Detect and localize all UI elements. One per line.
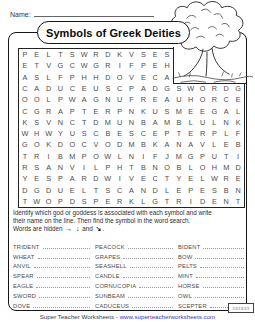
grid-cell-r3c11[interactable]: E (137, 72, 149, 83)
word-item-seashell: SEASHELL (95, 260, 173, 270)
grid-cell-r9c6[interactable]: C (78, 139, 90, 150)
grid-cell-r13c13[interactable]: L (161, 184, 173, 195)
grid-cell-r12c5[interactable]: A (66, 173, 78, 184)
grid-cell-r5c2[interactable]: O (31, 94, 43, 105)
grid-cell-r7c7[interactable]: D (90, 117, 102, 128)
grid-cell-r2c11[interactable]: P (137, 60, 149, 71)
grid-cell-r7c14[interactable]: B (173, 117, 185, 128)
word-item-owl: OWL (178, 289, 244, 299)
footer-brand: Super Teacher Worksheets (40, 313, 114, 320)
grid-cell-r8c6[interactable]: S (78, 128, 90, 139)
grid-cell-r14c19[interactable]: T (232, 196, 244, 207)
grid-cell-r11c8[interactable]: P (102, 162, 114, 173)
grid-cell-r6c6[interactable]: T (78, 105, 90, 116)
grid-cell-r4c14[interactable]: S (173, 83, 185, 94)
word-list: TRIDENTPEACOCKBIDENTWHEATGRAPESBOWANVILS… (13, 240, 244, 309)
grid-cell-r4c12[interactable]: D (149, 83, 161, 94)
grid-cell-r13c14[interactable]: E (173, 184, 185, 195)
answer-line[interactable] (195, 296, 244, 298)
grid-cell-r6c4[interactable]: A (55, 105, 67, 116)
grid-cell-r2c10[interactable]: F (126, 60, 138, 71)
grid-cell-r6c12[interactable]: U (149, 105, 161, 116)
grid-cell-r2c12[interactable]: E (149, 60, 161, 71)
grid-cell-r14c16[interactable]: D (197, 196, 209, 207)
grid-cell-r14c17[interactable]: E (208, 196, 220, 207)
grid-cell-r10c8[interactable]: W (102, 151, 114, 162)
word-item-cornucopia: CORNUCOPIA (95, 279, 173, 289)
grid-cell-r6c19[interactable]: L (232, 105, 244, 116)
grid-cell-r11c13[interactable]: O (161, 162, 173, 173)
grid-cell-r11c7[interactable]: L (90, 162, 102, 173)
grid-cell-r14c7[interactable]: P (90, 196, 102, 207)
grid-cell-r13c2[interactable]: G (31, 184, 43, 195)
grid-cell-r13c11[interactable]: N (137, 184, 149, 195)
grid-cell-r5c8[interactable]: N (102, 94, 114, 105)
grid-cell-r14c13[interactable]: T (161, 196, 173, 207)
grid-cell-r14c6[interactable]: S (78, 196, 90, 207)
grid-cell-r11c9[interactable]: H (114, 162, 126, 173)
grid-cell-r2c6[interactable]: W (78, 60, 90, 71)
word-item-peacock: PEACOCK (95, 240, 173, 250)
answer-line[interactable] (195, 257, 244, 259)
grid-cell-r5c14[interactable]: U (173, 94, 185, 105)
answer-line[interactable] (139, 286, 173, 288)
grid-cell-r1c10[interactable]: V (126, 49, 138, 60)
grid-cell-r10c16[interactable]: P (197, 151, 209, 162)
grid-cell-r12c17[interactable]: W (208, 173, 220, 184)
grid-cell-r13c16[interactable]: E (197, 184, 209, 195)
grid-cell-r3c12[interactable]: C (149, 72, 161, 83)
answer-line[interactable] (128, 247, 173, 249)
grid-cell-r14c14[interactable]: R (173, 196, 185, 207)
grid-cell-r5c15[interactable]: H (185, 94, 197, 105)
grid-cell-r10c10[interactable]: N (126, 151, 138, 162)
grid-cell-r8c15[interactable]: E (185, 128, 197, 139)
grid-cell-r12c10[interactable]: V (126, 173, 138, 184)
grid-cell-r8c1[interactable]: W (19, 128, 31, 139)
answer-line[interactable] (196, 276, 244, 278)
grid-cell-r7c9[interactable]: U (114, 117, 126, 128)
grid-cell-r8c3[interactable]: W (43, 128, 55, 139)
grid-cell-r6c11[interactable]: K (137, 105, 149, 116)
grid-cell-r3c4[interactable]: F (55, 72, 67, 83)
grid-cell-r11c19[interactable]: D (232, 162, 244, 173)
grid-cell-r1c6[interactable]: W (78, 49, 90, 60)
grid-cell-r7c10[interactable]: N (126, 117, 138, 128)
grid-cell-r12c12[interactable]: C (149, 173, 161, 184)
answer-line[interactable] (34, 266, 90, 268)
instruction-line-1: Identify which god or goddess is associa… (13, 209, 244, 217)
grid-cell-r12c2[interactable]: E (31, 173, 43, 184)
grid-cell-r8c13[interactable]: P (161, 128, 173, 139)
answer-line[interactable] (128, 296, 173, 298)
instructions: Identify which god or goddess is associa… (13, 209, 244, 234)
grid-cell-r13c7[interactable]: T (90, 184, 102, 195)
grid-cell-r3c7[interactable]: H (90, 72, 102, 83)
grid-cell-r9c5[interactable]: O (66, 139, 78, 150)
grid-cell-r9c18[interactable]: E (220, 139, 232, 150)
grid-cell-r2c1[interactable]: E (19, 60, 31, 71)
grid-cell-r10c1[interactable]: T (19, 151, 31, 162)
grid-cell-r8c17[interactable]: P (208, 128, 220, 139)
name-blank-line[interactable] (34, 8, 154, 17)
grid-cell-r14c9[interactable]: R (114, 196, 126, 207)
grid-cell-r4c6[interactable]: E (78, 83, 90, 94)
grid-cell-r5c11[interactable]: R (137, 94, 149, 105)
arrow-right-icon: → (64, 225, 73, 232)
grid-cell-r7c3[interactable]: V (43, 117, 55, 128)
grid-cell-r10c13[interactable]: J (161, 151, 173, 162)
grid-cell-r5c16[interactable]: O (197, 94, 209, 105)
grid-cell-r6c2[interactable]: G (31, 105, 43, 116)
grid-cell-r7c19[interactable]: K (232, 117, 244, 128)
grid-cell-r7c15[interactable]: L (185, 117, 197, 128)
grid-cell-r11c6[interactable]: I (78, 162, 90, 173)
grid-cell-r13c19[interactable]: N (232, 184, 244, 195)
grid-cell-r9c4[interactable]: D (55, 139, 67, 150)
grid-cell-r9c3[interactable]: K (43, 139, 55, 150)
grid-cell-r10c4[interactable]: B (55, 151, 67, 162)
grid-cell-r4c2[interactable]: A (31, 83, 43, 94)
grid-cell-r13c1[interactable]: D (19, 184, 31, 195)
grid-cell-r11c11[interactable]: B (137, 162, 149, 173)
grid-cell-r8c9[interactable]: E (114, 128, 126, 139)
grid-cell-r1c9[interactable]: K (114, 49, 126, 60)
grid-cell-r10c11[interactable]: I (137, 151, 149, 162)
grid-cell-r11c18[interactable]: M (220, 162, 232, 173)
grid-cell-r7c1[interactable]: K (19, 117, 31, 128)
grid-cell-r9c11[interactable]: B (137, 139, 149, 150)
footer-url[interactable]: www.superteacherworksheets.com (120, 313, 216, 320)
grid-cell-r10c7[interactable]: O (90, 151, 102, 162)
grid-cell-r14c18[interactable]: N (220, 196, 232, 207)
grid-cell-r4c4[interactable]: U (55, 83, 67, 94)
grid-cell-r13c18[interactable]: B (220, 184, 232, 195)
grid-cell-r5c12[interactable]: E (149, 94, 161, 105)
grid-cell-r12c3[interactable]: S (43, 173, 55, 184)
grid-cell-r5c18[interactable]: C (220, 94, 232, 105)
word-item-wheat: WHEAT (13, 250, 90, 260)
answer-line[interactable] (123, 257, 173, 259)
grid-cell-r7c4[interactable]: N (55, 117, 67, 128)
grid-cell-r5c5[interactable]: W (66, 94, 78, 105)
grid-cell-r3c1[interactable]: A (19, 72, 31, 83)
grid-cell-r11c14[interactable]: B (173, 162, 185, 173)
instruction-line-2: their name on the line. Then find the sy… (13, 217, 244, 225)
grid-cell-r6c18[interactable]: A (220, 105, 232, 116)
grid-cell-r9c8[interactable]: O (102, 139, 114, 150)
grid-cell-r13c8[interactable]: S (102, 184, 114, 195)
grid-cell-r1c2[interactable]: E (31, 49, 43, 60)
grid-cell-r12c19[interactable]: E (232, 173, 244, 184)
grid-cell-r14c11[interactable]: L (137, 196, 149, 207)
grid-cell-r3c3[interactable]: L (43, 72, 55, 83)
word-label: CADUCEUS (95, 303, 129, 309)
answer-line[interactable] (132, 306, 173, 308)
grid-cell-r3c6[interactable]: H (78, 72, 90, 83)
grid-cell-r13c10[interactable]: A (126, 184, 138, 195)
hidden-words-text: Words are hidden (13, 225, 63, 232)
grid-cell-r11c5[interactable]: V (66, 162, 78, 173)
grid-cell-r14c10[interactable]: K (126, 196, 138, 207)
grid-cell-r4c9[interactable]: C (114, 83, 126, 94)
grid-cell-r10c9[interactable]: L (114, 151, 126, 162)
grid-cell-r13c4[interactable]: U (55, 184, 67, 195)
grid-cell-r6c5[interactable]: P (66, 105, 78, 116)
grid-cell-r12c18[interactable]: R (220, 173, 232, 184)
answer-line[interactable] (38, 257, 90, 259)
grid-cell-r1c1[interactable]: P (19, 49, 31, 60)
grid-cell-r4c19[interactable]: G (232, 83, 244, 94)
grid-cell-r9c2[interactable]: O (31, 139, 43, 150)
grid-cell-r2c4[interactable]: G (55, 60, 67, 71)
grid-cell-r9c7[interactable]: V (90, 139, 102, 150)
grid-cell-r7c18[interactable]: N (220, 117, 232, 128)
grid-cell-r4c17[interactable]: R (208, 83, 220, 94)
grid-cell-r12c4[interactable]: P (55, 173, 67, 184)
grid-cell-r8c7[interactable]: C (90, 128, 102, 139)
grid-cell-r1c5[interactable]: S (66, 49, 78, 60)
grid-cell-r8c14[interactable]: T (173, 128, 185, 139)
grid-cell-r8c18[interactable]: L (220, 128, 232, 139)
answer-line[interactable] (39, 296, 90, 298)
grid-cell-r9c9[interactable]: D (114, 139, 126, 150)
grid-cell-r8c2[interactable]: H (31, 128, 43, 139)
grid-cell-r3c10[interactable]: V (126, 72, 138, 83)
grid-cell-r14c3[interactable]: O (43, 196, 55, 207)
answer-line[interactable] (36, 286, 90, 288)
grid-cell-r9c12[interactable]: K (149, 139, 161, 150)
grid-cell-r5c3[interactable]: L (43, 94, 55, 105)
grid-cell-r2c2[interactable]: T (31, 60, 43, 71)
grid-cell-r12c15[interactable]: E (185, 173, 197, 184)
grid-cell-r10c5[interactable]: M (66, 151, 78, 162)
word-item-horse: HORSE (178, 279, 244, 289)
answer-line[interactable] (203, 247, 244, 249)
grid-cell-r5c17[interactable]: R (208, 94, 220, 105)
grid-cell-r10c3[interactable]: I (43, 151, 55, 162)
grid-cell-r9c17[interactable]: L (208, 139, 220, 150)
grid-cell-r4c8[interactable]: S (102, 83, 114, 94)
grid-cell-r6c15[interactable]: E (185, 105, 197, 116)
grid-cell-r11c4[interactable]: N (55, 162, 67, 173)
grid-cell-r11c17[interactable]: H (208, 162, 220, 173)
grid-cell-r7c17[interactable]: L (208, 117, 220, 128)
grid-cell-r13c5[interactable]: E (66, 184, 78, 195)
grid-cell-r13c6[interactable]: L (78, 184, 90, 195)
answer-line[interactable] (43, 247, 90, 249)
grid-cell-r8c12[interactable]: E (149, 128, 161, 139)
grid-cell-r8c5[interactable]: U (66, 128, 78, 139)
grid-cell-r2c13[interactable]: H (161, 60, 173, 71)
grid-cell-r3c13[interactable]: A (161, 72, 173, 83)
grid-cell-r12c9[interactable]: I (114, 173, 126, 184)
grid-cell-r7c16[interactable]: U (197, 117, 209, 128)
grid-cell-r14c2[interactable]: W (31, 196, 43, 207)
word-item-grapes: GRAPES (95, 250, 173, 260)
worksheet-code: 303843 (228, 303, 254, 313)
grid-cell-r2c3[interactable]: V (43, 60, 55, 71)
grid-cell-r2c9[interactable]: I (114, 60, 126, 71)
answer-line[interactable] (130, 266, 173, 268)
grid-cell-r4c7[interactable]: U (90, 83, 102, 94)
word-item-bow: BOW (178, 250, 244, 260)
grid-cell-r9c15[interactable]: A (185, 139, 197, 150)
grid-cell-r10c17[interactable]: U (208, 151, 220, 162)
grid-cell-r4c11[interactable]: A (137, 83, 149, 94)
grid-cell-r7c11[interactable]: B (137, 117, 149, 128)
grid-cell-r6c16[interactable]: E (197, 105, 209, 116)
grid-cell-r9c13[interactable]: A (161, 139, 173, 150)
grid-cell-r7c8[interactable]: M (102, 117, 114, 128)
answer-line[interactable] (200, 266, 244, 268)
grid-cell-r12c16[interactable]: L (197, 173, 209, 184)
grid-cell-r4c10[interactable]: P (126, 83, 138, 94)
grid-cell-r7c5[interactable]: C (66, 117, 78, 128)
grid-cell-r6c7[interactable]: E (90, 105, 102, 116)
grid-cell-r13c3[interactable]: D (43, 184, 55, 195)
grid-cell-r2c8[interactable]: R (102, 60, 114, 71)
grid-cell-r6c10[interactable]: N (126, 105, 138, 116)
grid-cell-r1c13[interactable]: S (161, 49, 173, 60)
grid-cell-r10c14[interactable]: M (173, 151, 185, 162)
grid-cell-r5c4[interactable]: P (55, 94, 67, 105)
grid-cell-r6c9[interactable]: P (114, 105, 126, 116)
name-label: Name: (10, 11, 31, 18)
grid-cell-r13c9[interactable]: C (114, 184, 126, 195)
grid-cell-r4c3[interactable]: D (43, 83, 55, 94)
grid-cell-r10c19[interactable]: I (232, 151, 244, 162)
grid-cell-r12c11[interactable]: E (137, 173, 149, 184)
grid-cell-r10c6[interactable]: P (78, 151, 90, 162)
grid-cell-r9c10[interactable]: M (126, 139, 138, 150)
grid-cell-r5c13[interactable]: A (161, 94, 173, 105)
grid-cell-r14c4[interactable]: P (55, 196, 67, 207)
grid-cell-r8c16[interactable]: R (197, 128, 209, 139)
grid-cell-r8c11[interactable]: C (137, 128, 149, 139)
grid-cell-r12c14[interactable]: Y (173, 173, 185, 184)
answer-line[interactable] (33, 306, 90, 308)
grid-cell-r12c6[interactable]: R (78, 173, 90, 184)
grid-cell-r14c15[interactable]: I (185, 196, 197, 207)
grid-cell-r4c16[interactable]: O (197, 83, 209, 94)
grid-cell-r10c15[interactable]: G (185, 151, 197, 162)
grid-cell-r11c15[interactable]: L (185, 162, 197, 173)
grid-cell-r2c5[interactable]: C (66, 60, 78, 71)
grid-cell-r8c10[interactable]: S (126, 128, 138, 139)
word-search-grid: PELTSWRDKVSESETVGCWGRIFPEHASLFPHHDOVECAC… (18, 48, 245, 208)
grid-cell-r5c7[interactable]: G (90, 94, 102, 105)
grid-cell-r14c5[interactable]: D (66, 196, 78, 207)
grid-cell-r1c12[interactable]: E (149, 49, 161, 60)
grid-cell-r3c8[interactable]: D (102, 72, 114, 83)
grid-cell-r11c10[interactable]: T (126, 162, 138, 173)
word-label: DOVE (13, 303, 30, 309)
grid-cell-r8c4[interactable]: Y (55, 128, 67, 139)
grid-cell-r4c13[interactable]: G (161, 83, 173, 94)
and-text: and (82, 225, 93, 232)
word-item-anvil: ANVIL (13, 260, 90, 270)
grid-cell-r11c12[interactable]: N (149, 162, 161, 173)
grid-cell-r7c6[interactable]: T (78, 117, 90, 128)
grid-cell-r5c9[interactable]: U (114, 94, 126, 105)
grid-cell-r5c10[interactable]: F (126, 94, 138, 105)
grid-cell-r4c5[interactable]: C (66, 83, 78, 94)
grid-cell-r1c4[interactable]: T (55, 49, 67, 60)
grid-cell-r9c16[interactable]: V (197, 139, 209, 150)
grid-cell-r10c18[interactable]: T (220, 151, 232, 162)
grid-cell-r7c12[interactable]: A (149, 117, 161, 128)
word-item-dove: DOVE (13, 299, 90, 309)
grid-cell-r6c3[interactable]: R (43, 105, 55, 116)
grid-cell-r5c19[interactable]: E (232, 94, 244, 105)
grid-cell-r10c2[interactable]: R (31, 151, 43, 162)
grid-cell-r11c1[interactable]: R (19, 162, 31, 173)
grid-cell-r3c9[interactable]: O (114, 72, 126, 83)
footer-separator: - (116, 313, 118, 320)
grid-cell-r8c19[interactable]: F (232, 128, 244, 139)
grid-cell-r12c8[interactable]: W (102, 173, 114, 184)
grid-cell-r6c13[interactable]: S (161, 105, 173, 116)
grid-cell-r12c13[interactable]: T (161, 173, 173, 184)
grid-cell-r9c19[interactable]: B (232, 139, 244, 150)
grid-cell-r1c7[interactable]: R (90, 49, 102, 60)
grid-cell-r13c17[interactable]: S (208, 184, 220, 195)
grid-cell-r11c16[interactable]: O (197, 162, 209, 173)
grid-cell-r7c2[interactable]: S (31, 117, 43, 128)
grid-cell-r4c18[interactable]: D (220, 83, 232, 94)
grid-cell-r11c3[interactable]: A (43, 162, 55, 173)
grid-cell-r7c13[interactable]: M (161, 117, 173, 128)
grid-cell-r12c1[interactable]: Y (19, 173, 31, 184)
grid-cell-r1c8[interactable]: D (102, 49, 114, 60)
grid-cell-r1c11[interactable]: S (137, 49, 149, 60)
grid-cell-r1c3[interactable]: L (43, 49, 55, 60)
grid-cell-r14c8[interactable]: E (102, 196, 114, 207)
grid-cell-r13c12[interactable]: D (149, 184, 161, 195)
grid-cell-r6c17[interactable]: G (208, 105, 220, 116)
answer-line[interactable] (37, 276, 90, 278)
grid-cell-r2c7[interactable]: G (90, 60, 102, 71)
word-item-bident: BIDENT (178, 240, 244, 250)
word-label: SCEPTER (178, 303, 207, 309)
name-row: Name: (10, 8, 154, 18)
grid-cell-r13c15[interactable]: P (185, 184, 197, 195)
grid-cell-r11c2[interactable]: S (31, 162, 43, 173)
word-item-candle: CANDLE (95, 269, 173, 279)
grid-cell-r5c1[interactable]: O (19, 94, 31, 105)
grid-cell-r5c6[interactable]: A (78, 94, 90, 105)
grid-cell-r14c12[interactable]: G (149, 196, 161, 207)
footer: Super Teacher Worksheets - www.superteac… (0, 313, 255, 320)
answer-line[interactable] (123, 276, 173, 278)
grid-cell-r6c8[interactable]: R (102, 105, 114, 116)
grid-cell-r10c12[interactable]: F (149, 151, 161, 162)
grid-cell-r6c1[interactable]: C (19, 105, 31, 116)
grid-cell-r12c7[interactable]: D (90, 173, 102, 184)
grid-cell-r3c5[interactable]: P (66, 72, 78, 83)
grid-cell-r9c14[interactable]: N (173, 139, 185, 150)
answer-line[interactable] (203, 286, 244, 288)
word-item-eagle: EAGLE (13, 279, 90, 289)
grid-cell-r6c14[interactable]: M (173, 105, 185, 116)
grid-cell-r4c15[interactable]: W (185, 83, 197, 94)
grid-cell-r8c8[interactable]: B (102, 128, 114, 139)
grid-cell-r4c1[interactable]: C (19, 83, 31, 94)
grid-cell-r9c1[interactable]: G (19, 139, 31, 150)
grid-cell-r3c2[interactable]: S (31, 72, 43, 83)
grid-cell-r14c1[interactable]: T (19, 196, 31, 207)
